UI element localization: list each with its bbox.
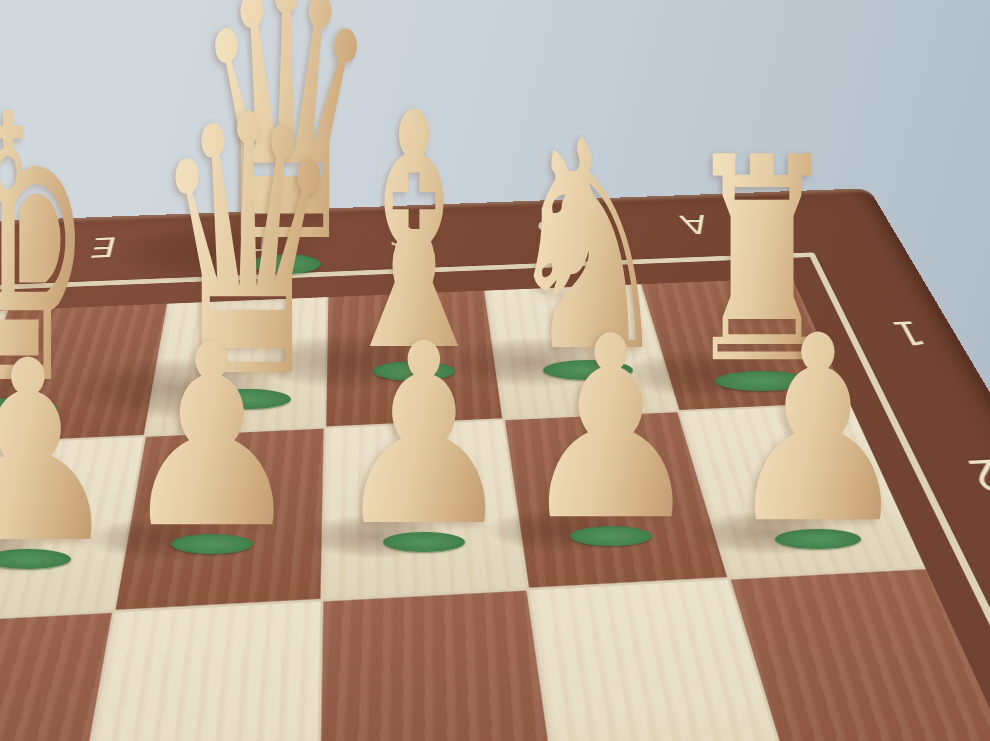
square-d1 — [146, 297, 326, 435]
rank-label-2: 2 — [947, 452, 990, 498]
file-label-b: B — [524, 216, 575, 245]
rank-label-1: 1 — [875, 315, 942, 350]
square-e1 — [0, 304, 167, 444]
photo-backdrop-wall: HGFEDCBA12345678 ♛♞♝♜♛♚♟♟♟♟♟ — [0, 0, 990, 741]
file-label-d: D — [229, 227, 278, 256]
square-d3 — [74, 601, 321, 741]
square-c1 — [327, 291, 502, 427]
file-label-e: E — [76, 232, 130, 262]
file-label-c: C — [379, 221, 426, 250]
board-coordinates: HGFEDCBA12345678 — [0, 188, 869, 241]
file-label-a: A — [667, 210, 721, 238]
square-c3 — [320, 590, 558, 741]
square-c2 — [324, 421, 526, 598]
chess-board: HGFEDCBA12345678 — [0, 0, 990, 241]
square-d2 — [116, 429, 324, 609]
